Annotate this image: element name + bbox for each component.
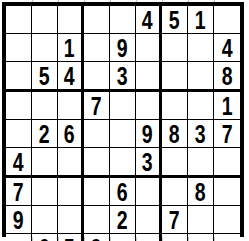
cell-r2c7[interactable] — [162, 34, 188, 62]
cell-r3c8[interactable] — [188, 62, 214, 92]
cell-r4c8[interactable] — [188, 92, 214, 120]
margin-tick-top — [110, 0, 111, 2]
cell-r1c3[interactable] — [58, 6, 84, 34]
given-digit: 7 — [13, 178, 24, 205]
cell-r1c5[interactable] — [110, 6, 136, 34]
margin-tick-top — [58, 0, 59, 2]
cell-r6c4[interactable] — [84, 148, 110, 178]
cell-r8c7[interactable]: 7 — [162, 206, 188, 234]
cell-r4c1[interactable] — [6, 92, 32, 120]
cell-r4c7[interactable] — [162, 92, 188, 120]
given-digit: 9 — [117, 34, 128, 61]
given-digit: 3 — [142, 148, 153, 175]
given-digit: 2 — [39, 120, 50, 147]
given-digit: 4 — [142, 6, 153, 33]
cell-r7c2[interactable] — [32, 178, 58, 206]
cell-r1c9[interactable] — [214, 6, 240, 34]
cell-r2c9[interactable]: 4 — [214, 34, 240, 62]
cell-r2c1[interactable] — [6, 34, 32, 62]
margin-tick-top — [136, 0, 137, 2]
cell-r1c7[interactable]: 5 — [162, 6, 188, 34]
given-digit: 6 — [64, 120, 75, 147]
cell-r6c9[interactable] — [214, 148, 240, 178]
given-digit: 4 — [64, 62, 75, 89]
margin-tick-bottom — [110, 237, 111, 241]
cell-r6c2[interactable] — [32, 148, 58, 178]
cell-r3c6[interactable] — [136, 62, 162, 92]
margin-tick-top — [32, 0, 33, 2]
margin-tick-bottom — [32, 237, 33, 241]
given-digit: 3 — [195, 120, 206, 147]
margin-tick-bottom — [84, 237, 85, 241]
cell-r8c4[interactable] — [84, 206, 110, 234]
cell-r5c3[interactable]: 6 — [58, 120, 84, 148]
given-digit: 9 — [13, 206, 24, 233]
given-digit: 3 — [117, 62, 128, 89]
cell-r5c1[interactable] — [6, 120, 32, 148]
cell-r1c8[interactable]: 1 — [188, 6, 214, 34]
cell-r6c1[interactable]: 4 — [6, 148, 32, 178]
cell-r1c6[interactable]: 4 — [136, 6, 162, 34]
given-digit: 8 — [169, 120, 180, 147]
cell-r5c9[interactable]: 7 — [214, 120, 240, 148]
cell-r8c9[interactable] — [214, 206, 240, 234]
margin-tick-top — [214, 0, 215, 2]
cell-r5c6[interactable]: 9 — [136, 120, 162, 148]
cell-r7c6[interactable] — [136, 178, 162, 206]
cell-r7c1[interactable]: 7 — [6, 178, 32, 206]
given-digit: 7 — [91, 92, 102, 119]
cell-r7c3[interactable] — [58, 178, 84, 206]
cell-r7c7[interactable] — [162, 178, 188, 206]
cell-r4c4[interactable]: 7 — [84, 92, 110, 120]
cell-r9c7[interactable] — [162, 234, 188, 241]
cell-r3c4[interactable] — [84, 62, 110, 92]
cell-r8c5[interactable]: 2 — [110, 206, 136, 234]
cell-r3c3[interactable]: 4 — [58, 62, 84, 92]
cell-r6c8[interactable] — [188, 148, 214, 178]
given-digit: 5 — [39, 62, 50, 89]
cell-r5c2[interactable]: 2 — [32, 120, 58, 148]
cell-r1c2[interactable] — [32, 6, 58, 34]
cell-r8c6[interactable] — [136, 206, 162, 234]
cell-r4c9[interactable]: 1 — [214, 92, 240, 120]
margin-tick-bottom — [188, 237, 189, 241]
sudoku-board: 45119454387126983743768927659 — [2, 2, 244, 237]
cell-r5c7[interactable]: 8 — [162, 120, 188, 148]
cell-r3c9[interactable]: 8 — [214, 62, 240, 92]
cell-r2c8[interactable] — [188, 34, 214, 62]
given-digit: 5 — [169, 6, 180, 33]
cell-r5c8[interactable]: 3 — [188, 120, 214, 148]
cell-r9c9[interactable] — [214, 234, 240, 241]
cell-r2c2[interactable] — [32, 34, 58, 62]
cell-r9c5[interactable] — [110, 234, 136, 241]
cell-r3c7[interactable] — [162, 62, 188, 92]
given-digit: 7 — [169, 206, 180, 233]
given-digit: 4 — [222, 34, 233, 61]
margin-tick-bottom — [162, 237, 163, 241]
sudoku-page: 45119454387126983743768927659 — [0, 0, 249, 241]
given-digit: 7 — [222, 120, 233, 147]
cell-r3c5[interactable]: 3 — [110, 62, 136, 92]
cell-r2c6[interactable] — [136, 34, 162, 62]
given-digit: 6 — [117, 178, 128, 205]
margin-tick-top — [84, 0, 85, 2]
cell-r5c4[interactable] — [84, 120, 110, 148]
cell-r9c6[interactable] — [136, 234, 162, 241]
margin-tick-top — [188, 0, 189, 2]
cell-r4c3[interactable] — [58, 92, 84, 120]
given-digit: 5 — [64, 234, 75, 241]
cell-r1c4[interactable] — [84, 6, 110, 34]
cell-r6c7[interactable] — [162, 148, 188, 178]
cell-r4c6[interactable] — [136, 92, 162, 120]
cell-r2c3[interactable]: 1 — [58, 34, 84, 62]
given-digit: 8 — [195, 178, 206, 205]
cell-r9c8[interactable] — [188, 234, 214, 241]
cell-r9c2[interactable]: 6 — [32, 234, 58, 241]
cell-r2c5[interactable]: 9 — [110, 34, 136, 62]
cell-r8c8[interactable] — [188, 206, 214, 234]
cell-r9c3[interactable]: 5 — [58, 234, 84, 241]
given-digit: 2 — [117, 206, 128, 233]
given-digit: 9 — [142, 120, 153, 147]
cell-r5c5[interactable] — [110, 120, 136, 148]
cell-r9c4[interactable]: 9 — [84, 234, 110, 241]
cell-r7c4[interactable] — [84, 178, 110, 206]
given-digit: 1 — [222, 92, 233, 119]
cell-r9c1[interactable] — [6, 234, 32, 241]
cell-r7c5[interactable]: 6 — [110, 178, 136, 206]
cell-r6c6[interactable]: 3 — [136, 148, 162, 178]
cell-r6c5[interactable] — [110, 148, 136, 178]
given-digit: 6 — [39, 234, 50, 241]
margin-tick-bottom — [214, 237, 215, 241]
cell-r3c1[interactable] — [6, 62, 32, 92]
cell-r7c9[interactable] — [214, 178, 240, 206]
margin-tick-top — [162, 0, 163, 2]
cell-r8c2[interactable] — [32, 206, 58, 234]
given-digit: 4 — [13, 148, 24, 175]
cell-r2c4[interactable] — [84, 34, 110, 62]
cell-r8c1[interactable]: 9 — [6, 206, 32, 234]
given-digit: 9 — [91, 234, 102, 241]
cell-r4c2[interactable] — [32, 92, 58, 120]
given-digit: 1 — [195, 6, 206, 33]
margin-tick-bottom — [58, 237, 59, 241]
cell-r6c3[interactable] — [58, 148, 84, 178]
given-digit: 1 — [64, 34, 75, 61]
given-digit: 8 — [222, 62, 233, 89]
margin-tick-bottom — [136, 237, 137, 241]
cell-r1c1[interactable] — [6, 6, 32, 34]
cell-r4c5[interactable] — [110, 92, 136, 120]
cell-r3c2[interactable]: 5 — [32, 62, 58, 92]
cell-r8c3[interactable] — [58, 206, 84, 234]
cell-r7c8[interactable]: 8 — [188, 178, 214, 206]
